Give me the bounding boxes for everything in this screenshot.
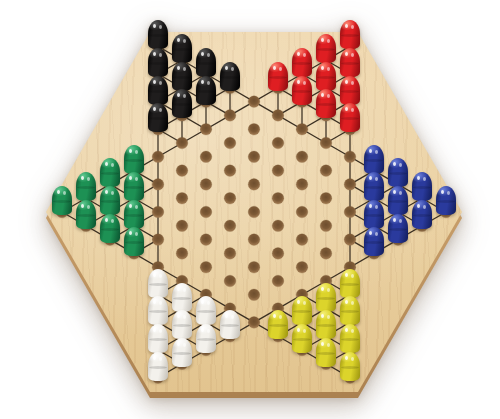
board-hole[interactable] (248, 123, 260, 135)
board-hole[interactable] (320, 137, 332, 149)
board-hole[interactable] (320, 165, 332, 177)
peg-white[interactable] (148, 324, 168, 353)
board-hole[interactable] (296, 206, 308, 218)
board-hole[interactable] (224, 275, 236, 287)
peg-black[interactable] (148, 76, 168, 105)
board-hole[interactable] (152, 179, 164, 191)
board-hole[interactable] (200, 123, 212, 135)
peg-white[interactable] (148, 352, 168, 381)
peg-black[interactable] (196, 76, 216, 105)
board-hole[interactable] (200, 206, 212, 218)
board-hole[interactable] (248, 206, 260, 218)
peg-blue[interactable] (364, 227, 384, 256)
board-hole[interactable] (248, 179, 260, 191)
peg-red[interactable] (340, 103, 360, 132)
peg-black[interactable] (148, 103, 168, 132)
peg-white[interactable] (220, 310, 240, 339)
peg-white[interactable] (172, 338, 192, 367)
peg-black[interactable] (196, 48, 216, 77)
board-hole[interactable] (248, 317, 260, 329)
board-hole[interactable] (344, 234, 356, 246)
board-hole[interactable] (200, 261, 212, 273)
peg-white[interactable] (172, 283, 192, 312)
board-hole[interactable] (344, 206, 356, 218)
board-hole[interactable] (296, 261, 308, 273)
peg-black[interactable] (148, 48, 168, 77)
peg-green[interactable] (52, 186, 72, 215)
board-hole[interactable] (272, 165, 284, 177)
peg-yellow[interactable] (340, 324, 360, 353)
peg-blue[interactable] (364, 200, 384, 229)
board-hole[interactable] (176, 248, 188, 260)
peg-black[interactable] (148, 20, 168, 49)
board-hole[interactable] (272, 220, 284, 232)
board-hole[interactable] (248, 234, 260, 246)
peg-blue[interactable] (364, 172, 384, 201)
board-hole[interactable] (152, 151, 164, 163)
peg-yellow[interactable] (292, 296, 312, 325)
peg-red[interactable] (316, 62, 336, 91)
peg-green[interactable] (124, 145, 144, 174)
board-hole[interactable] (224, 192, 236, 204)
peg-green[interactable] (124, 227, 144, 256)
board-hole[interactable] (224, 165, 236, 177)
peg-black[interactable] (172, 62, 192, 91)
board-hole[interactable] (152, 206, 164, 218)
board-hole[interactable] (176, 165, 188, 177)
peg-green[interactable] (124, 200, 144, 229)
peg-green[interactable] (100, 214, 120, 243)
peg-blue[interactable] (436, 186, 456, 215)
board-hole[interactable] (224, 137, 236, 149)
board-hole[interactable] (176, 137, 188, 149)
peg-yellow[interactable] (292, 324, 312, 353)
board-hole[interactable] (272, 275, 284, 287)
peg-yellow[interactable] (340, 269, 360, 298)
peg-red[interactable] (340, 48, 360, 77)
peg-white[interactable] (148, 296, 168, 325)
peg-red[interactable] (340, 76, 360, 105)
board-hole[interactable] (248, 151, 260, 163)
board-hole[interactable] (296, 179, 308, 191)
peg-blue[interactable] (412, 172, 432, 201)
peg-blue[interactable] (364, 145, 384, 174)
board-hole[interactable] (272, 248, 284, 260)
board-hole[interactable] (320, 192, 332, 204)
board-hole[interactable] (344, 179, 356, 191)
board-hole[interactable] (224, 248, 236, 260)
peg-red[interactable] (292, 76, 312, 105)
peg-yellow[interactable] (316, 310, 336, 339)
peg-black[interactable] (220, 62, 240, 91)
chinese-checkers-board (46, 32, 462, 392)
peg-red[interactable] (292, 48, 312, 77)
board-hole[interactable] (296, 234, 308, 246)
peg-white[interactable] (196, 296, 216, 325)
board-hole[interactable] (200, 151, 212, 163)
board-hole[interactable] (200, 234, 212, 246)
board-hole[interactable] (248, 289, 260, 301)
peg-blue[interactable] (388, 186, 408, 215)
peg-white[interactable] (196, 324, 216, 353)
board-hole[interactable] (272, 137, 284, 149)
board-hole[interactable] (152, 234, 164, 246)
board-hole[interactable] (200, 179, 212, 191)
peg-green[interactable] (76, 172, 96, 201)
peg-black[interactable] (172, 34, 192, 63)
board-hole[interactable] (176, 192, 188, 204)
board-hole[interactable] (272, 192, 284, 204)
board-hole[interactable] (296, 123, 308, 135)
product-photo-stage (0, 0, 500, 419)
board-hole[interactable] (320, 220, 332, 232)
peg-red[interactable] (316, 34, 336, 63)
peg-green[interactable] (100, 158, 120, 187)
peg-blue[interactable] (388, 214, 408, 243)
peg-white[interactable] (148, 269, 168, 298)
peg-yellow[interactable] (340, 352, 360, 381)
peg-red[interactable] (340, 20, 360, 49)
peg-green[interactable] (124, 172, 144, 201)
board-hole[interactable] (272, 110, 284, 122)
peg-red[interactable] (316, 89, 336, 118)
peg-yellow[interactable] (316, 338, 336, 367)
board-hole[interactable] (224, 110, 236, 122)
board-hole[interactable] (248, 261, 260, 273)
board-hole[interactable] (176, 220, 188, 232)
peg-blue[interactable] (388, 158, 408, 187)
board-hole[interactable] (248, 96, 260, 108)
peg-green[interactable] (100, 186, 120, 215)
peg-yellow[interactable] (340, 296, 360, 325)
peg-blue[interactable] (412, 200, 432, 229)
peg-yellow[interactable] (316, 283, 336, 312)
board-hole[interactable] (224, 220, 236, 232)
board-hole[interactable] (344, 151, 356, 163)
board-hole[interactable] (296, 151, 308, 163)
board-hole[interactable] (320, 248, 332, 260)
peg-green[interactable] (76, 200, 96, 229)
peg-black[interactable] (172, 89, 192, 118)
peg-white[interactable] (172, 310, 192, 339)
peg-red[interactable] (268, 62, 288, 91)
peg-yellow[interactable] (268, 310, 288, 339)
